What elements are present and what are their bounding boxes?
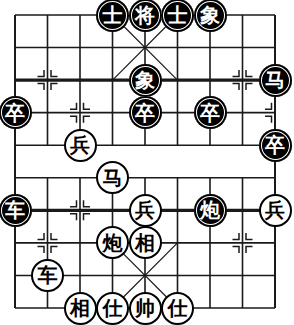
piece-white-soldier[interactable]: 兵 — [129, 194, 162, 227]
piece-white-soldier[interactable]: 兵 — [64, 129, 97, 162]
piece-black-soldier[interactable]: 卒 — [129, 96, 162, 129]
piece-white-advisor[interactable]: 仕 — [161, 292, 194, 325]
piece-white-chariot[interactable]: 车 — [31, 259, 64, 292]
piece-black-elephant[interactable]: 象 — [129, 64, 162, 97]
position-markers — [38, 70, 272, 253]
piece-black-soldier[interactable]: 卒 — [259, 129, 292, 162]
piece-black-soldier[interactable]: 卒 — [0, 96, 32, 129]
piece-black-cannon[interactable]: 炮 — [194, 194, 227, 227]
piece-white-elephant[interactable]: 相 — [129, 226, 162, 259]
piece-white-elephant[interactable]: 相 — [64, 292, 97, 325]
xiangqi-board[interactable]: 士将士象象马卒卒卒兵卒马车兵炮兵炮相车相仕帅仕 — [0, 0, 294, 325]
piece-black-soldier[interactable]: 卒 — [194, 96, 227, 129]
piece-black-chariot[interactable]: 车 — [0, 194, 32, 227]
piece-white-advisor[interactable]: 仕 — [96, 292, 129, 325]
piece-white-general[interactable]: 帅 — [129, 292, 162, 325]
piece-black-general[interactable]: 将 — [129, 0, 162, 32]
piece-black-elephant[interactable]: 象 — [194, 0, 227, 32]
piece-black-advisor[interactable]: 士 — [96, 0, 129, 32]
piece-white-soldier[interactable]: 兵 — [259, 194, 292, 227]
piece-black-horse[interactable]: 马 — [259, 64, 292, 97]
piece-black-advisor[interactable]: 士 — [161, 0, 194, 32]
